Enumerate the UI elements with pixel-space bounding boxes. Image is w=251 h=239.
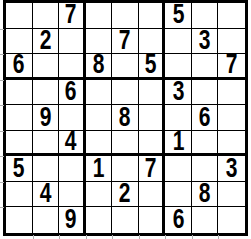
cell-value: 6 bbox=[65, 80, 77, 106]
cell-r1c5[interactable] bbox=[112, 3, 139, 29]
cell-value: 7 bbox=[145, 156, 157, 182]
cell-r6c5[interactable] bbox=[112, 131, 139, 157]
cell-value: 1 bbox=[172, 131, 184, 156]
cell-r1c9[interactable] bbox=[218, 3, 245, 29]
cell-value: 7 bbox=[226, 54, 238, 79]
left-margin-tick bbox=[0, 54, 4, 55]
cell-r8c3[interactable] bbox=[59, 182, 86, 208]
cell-r1c3[interactable]: 7 bbox=[59, 3, 86, 29]
cell-r7c3[interactable] bbox=[59, 156, 86, 182]
cell-r1c1[interactable] bbox=[6, 3, 33, 29]
cell-r2c3[interactable] bbox=[59, 29, 86, 55]
cell-r2c7[interactable] bbox=[165, 29, 192, 55]
cell-r6c1[interactable] bbox=[6, 131, 33, 157]
cell-r5c2[interactable]: 9 bbox=[33, 105, 60, 131]
cell-r2c4[interactable] bbox=[86, 29, 113, 55]
cell-value: 7 bbox=[119, 29, 131, 55]
cell-r8c8[interactable]: 8 bbox=[192, 182, 219, 208]
left-margin-tick bbox=[0, 29, 4, 30]
cell-r6c7[interactable]: 1 bbox=[165, 131, 192, 157]
cell-r9c4[interactable] bbox=[86, 207, 113, 233]
sudoku-board: 7527368576398641517342896 bbox=[3, 0, 248, 236]
cell-r8c1[interactable] bbox=[6, 182, 33, 208]
cell-value: 5 bbox=[145, 54, 157, 79]
cell-value: 7 bbox=[65, 3, 77, 29]
cell-r4c1[interactable] bbox=[6, 80, 33, 106]
cell-value: 1 bbox=[93, 156, 105, 182]
cell-value: 2 bbox=[119, 182, 131, 208]
cell-r2c2[interactable]: 2 bbox=[33, 29, 60, 55]
cell-r4c5[interactable] bbox=[112, 80, 139, 106]
left-margin-tick bbox=[0, 182, 4, 183]
cell-r2c8[interactable]: 3 bbox=[192, 29, 219, 55]
cell-r3c7[interactable] bbox=[165, 54, 192, 80]
cell-value: 8 bbox=[93, 54, 105, 79]
cell-value: 2 bbox=[39, 29, 51, 55]
cell-r7c1[interactable]: 5 bbox=[6, 156, 33, 182]
cell-r2c5[interactable]: 7 bbox=[112, 29, 139, 55]
cell-value: 8 bbox=[119, 105, 131, 131]
cell-r9c7[interactable]: 6 bbox=[165, 207, 192, 233]
cell-r1c4[interactable] bbox=[86, 3, 113, 29]
cell-r5c8[interactable]: 6 bbox=[192, 105, 219, 131]
cell-r6c9[interactable] bbox=[218, 131, 245, 157]
cell-r7c8[interactable] bbox=[192, 156, 219, 182]
cell-r6c3[interactable]: 4 bbox=[59, 131, 86, 157]
bottom-margin-tick bbox=[218, 235, 219, 239]
cell-value: 8 bbox=[199, 182, 211, 208]
cell-r8c6[interactable] bbox=[139, 182, 166, 208]
bottom-margin-tick bbox=[192, 235, 193, 239]
cell-r7c5[interactable] bbox=[112, 156, 139, 182]
cell-r9c3[interactable]: 9 bbox=[59, 207, 86, 233]
cell-r9c6[interactable] bbox=[139, 207, 166, 233]
cell-r5c1[interactable] bbox=[6, 105, 33, 131]
cell-r9c5[interactable] bbox=[112, 207, 139, 233]
cell-r3c6[interactable]: 5 bbox=[139, 54, 166, 80]
cell-r2c9[interactable] bbox=[218, 29, 245, 55]
cell-r4c4[interactable] bbox=[86, 80, 113, 106]
cell-r3c1[interactable]: 6 bbox=[6, 54, 33, 80]
left-margin-tick bbox=[0, 80, 4, 81]
cell-r5c9[interactable] bbox=[218, 105, 245, 131]
left-margin-tick bbox=[0, 105, 4, 106]
cell-r3c4[interactable]: 8 bbox=[86, 54, 113, 80]
cell-r3c3[interactable] bbox=[59, 54, 86, 80]
left-margin-tick bbox=[0, 156, 4, 157]
cell-r7c6[interactable]: 7 bbox=[139, 156, 166, 182]
cell-r9c1[interactable] bbox=[6, 207, 33, 233]
cell-r6c2[interactable] bbox=[33, 131, 60, 157]
cell-r4c3[interactable]: 6 bbox=[59, 80, 86, 106]
cell-value: 9 bbox=[39, 105, 51, 131]
cell-r8c5[interactable]: 2 bbox=[112, 182, 139, 208]
cell-r4c7[interactable]: 3 bbox=[165, 80, 192, 106]
cell-r1c2[interactable] bbox=[33, 3, 60, 29]
cell-value: 6 bbox=[199, 105, 211, 131]
cell-r4c9[interactable] bbox=[218, 80, 245, 106]
cell-r3c2[interactable] bbox=[33, 54, 60, 80]
cell-r1c8[interactable] bbox=[192, 3, 219, 29]
cell-r6c8[interactable] bbox=[192, 131, 219, 157]
cell-r5c3[interactable] bbox=[59, 105, 86, 131]
bottom-margin-tick bbox=[86, 235, 87, 239]
cell-r1c6[interactable] bbox=[139, 3, 166, 29]
cell-value: 5 bbox=[13, 156, 25, 182]
cell-value: 4 bbox=[65, 131, 77, 156]
sudoku-screenshot: 7527368576398641517342896 bbox=[0, 0, 251, 239]
cell-r2c1[interactable] bbox=[6, 29, 33, 55]
left-margin-tick bbox=[0, 131, 4, 132]
cell-value: 9 bbox=[65, 207, 77, 233]
cell-r5c4[interactable] bbox=[86, 105, 113, 131]
cell-r7c7[interactable] bbox=[165, 156, 192, 182]
cell-r9c8[interactable] bbox=[192, 207, 219, 233]
cell-r7c4[interactable]: 1 bbox=[86, 156, 113, 182]
cell-r8c4[interactable] bbox=[86, 182, 113, 208]
bottom-margin-tick bbox=[165, 235, 166, 239]
cell-r5c7[interactable] bbox=[165, 105, 192, 131]
cell-r8c7[interactable] bbox=[165, 182, 192, 208]
cell-r7c9[interactable]: 3 bbox=[218, 156, 245, 182]
left-margin-tick bbox=[0, 207, 4, 208]
cell-r4c6[interactable] bbox=[139, 80, 166, 106]
cell-r3c5[interactable] bbox=[112, 54, 139, 80]
bottom-margin-tick bbox=[33, 235, 34, 239]
cell-r8c2[interactable]: 4 bbox=[33, 182, 60, 208]
cell-r7c2[interactable] bbox=[33, 156, 60, 182]
cell-value: 6 bbox=[172, 207, 184, 233]
cell-r8c9[interactable] bbox=[218, 182, 245, 208]
cell-value: 5 bbox=[172, 3, 184, 29]
cell-r3c9[interactable]: 7 bbox=[218, 54, 245, 80]
cell-value: 3 bbox=[226, 156, 238, 182]
cell-r9c2[interactable] bbox=[33, 207, 60, 233]
cell-r4c2[interactable] bbox=[33, 80, 60, 106]
cell-r5c5[interactable]: 8 bbox=[112, 105, 139, 131]
cell-value: 3 bbox=[199, 29, 211, 55]
cell-r6c4[interactable] bbox=[86, 131, 113, 157]
cell-r3c8[interactable] bbox=[192, 54, 219, 80]
bottom-margin-tick bbox=[112, 235, 113, 239]
cell-r5c6[interactable] bbox=[139, 105, 166, 131]
cell-r9c9[interactable] bbox=[218, 207, 245, 233]
cell-r4c8[interactable] bbox=[192, 80, 219, 106]
cell-r2c6[interactable] bbox=[139, 29, 166, 55]
bottom-margin-tick bbox=[139, 235, 140, 239]
cell-r1c7[interactable]: 5 bbox=[165, 3, 192, 29]
cell-value: 6 bbox=[13, 54, 25, 79]
cell-r6c6[interactable] bbox=[139, 131, 166, 157]
cell-value: 3 bbox=[172, 80, 184, 106]
cell-value: 4 bbox=[39, 182, 51, 208]
bottom-margin-tick bbox=[59, 235, 60, 239]
